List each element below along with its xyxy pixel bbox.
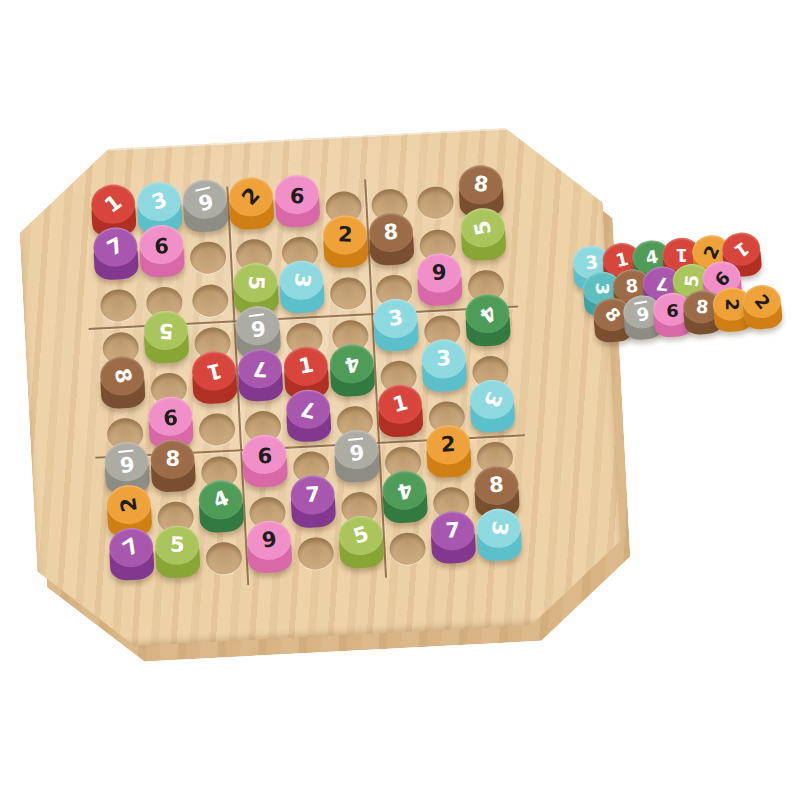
- peg-digit: 6: [634, 301, 650, 324]
- peg-digit: 3: [487, 520, 510, 537]
- board-r9c9-peg-3[interactable]: 3: [476, 508, 523, 562]
- peg-digit: 5: [245, 275, 266, 290]
- peg-digit: 2: [751, 291, 773, 312]
- board-r5c6-peg-4[interactable]: 4: [329, 343, 376, 397]
- board-r5c4-peg-7[interactable]: 7: [237, 348, 284, 402]
- board-r7c8-peg-2[interactable]: 2: [425, 424, 472, 478]
- peg-digit: 7: [305, 484, 321, 506]
- board-r7c2-peg-8[interactable]: 8: [150, 439, 197, 493]
- board-top: 1362987928553956348171439713689622474875…: [15, 123, 624, 651]
- board-r4c2-peg-5[interactable]: 5: [143, 310, 190, 364]
- board-r1c3-peg-6[interactable]: 6: [182, 179, 229, 233]
- board-r4c7-peg-3[interactable]: 3: [373, 298, 420, 352]
- peg-digit: 7: [655, 274, 669, 293]
- board-r2c1-peg-7[interactable]: 7: [92, 226, 139, 280]
- scene: 1362987928553956348171439713689622474875…: [0, 0, 800, 800]
- peg-digit: 8: [472, 174, 489, 197]
- grid-hole-r6c3[interactable]: [198, 413, 236, 447]
- board-r5c8-peg-3[interactable]: 3: [421, 338, 468, 392]
- peg-digit: 2: [723, 298, 741, 311]
- grid-hole-r9c5[interactable]: [297, 537, 335, 571]
- peg-digit: 5: [351, 523, 371, 547]
- peg-digit: 6: [195, 186, 215, 213]
- peg-digit: 8: [383, 222, 399, 244]
- peg-digit: 7: [119, 535, 143, 561]
- peg-digit: 8: [165, 449, 180, 470]
- board-r7c6-peg-6[interactable]: 6: [333, 429, 380, 483]
- board-r2c2-peg-9[interactable]: 9: [138, 224, 185, 278]
- peg-digit: 3: [593, 282, 611, 295]
- peg-digit: 5: [158, 320, 173, 341]
- peg-digit: 2: [117, 496, 140, 513]
- board-r2c7-peg-8[interactable]: 8: [368, 212, 415, 266]
- board-r5c1-peg-8[interactable]: 8: [99, 355, 146, 409]
- peg-digit: 4: [644, 247, 659, 267]
- board-r1c5-peg-9[interactable]: 9: [274, 174, 321, 228]
- peg-digit: 7: [299, 397, 318, 421]
- peg-digit: 1: [297, 355, 315, 378]
- board-r3c8-peg-9[interactable]: 9: [416, 252, 463, 306]
- grid-hole-r9c7[interactable]: [389, 532, 427, 566]
- peg-digit: 6: [348, 437, 365, 462]
- peg-digit: 3: [436, 348, 452, 370]
- board-r2c6-peg-2[interactable]: 2: [322, 214, 369, 268]
- grid-hole-r2c3[interactable]: [189, 241, 227, 275]
- peg-digit: 1: [614, 249, 630, 269]
- peg-digit: 4: [395, 478, 414, 502]
- board-r6c5-peg-7[interactable]: 7: [285, 389, 332, 443]
- grid-hole-r9c3[interactable]: [205, 541, 243, 575]
- peg-digit: 9: [711, 267, 733, 289]
- peg-digit: 2: [238, 184, 263, 209]
- peg-digit: 4: [210, 487, 232, 512]
- peg-digit: 9: [162, 406, 178, 428]
- peg-digit: 7: [252, 358, 267, 379]
- board-grid: 1362987928553956348171439713689622474875…: [90, 178, 524, 586]
- peg-digit: 2: [700, 242, 722, 261]
- grid-hole-r1c8[interactable]: [417, 186, 455, 220]
- grid-hole-r3c6[interactable]: [329, 276, 367, 310]
- peg-digit: 9: [260, 529, 277, 552]
- peg-digit: 9: [153, 234, 169, 256]
- board-r8c3-peg-4[interactable]: 4: [198, 479, 245, 533]
- grid-hole-r3c3[interactable]: [192, 284, 230, 318]
- board-r2c9-peg-5[interactable]: 5: [460, 207, 507, 261]
- peg-digit: 8: [695, 297, 709, 316]
- peg-digit: 1: [205, 359, 224, 383]
- board-r9c1-peg-7[interactable]: 7: [108, 527, 155, 581]
- board-r3c5-peg-3[interactable]: 3: [278, 260, 325, 314]
- peg-digit: 3: [585, 253, 599, 272]
- grid-hole-r3c1[interactable]: [100, 289, 138, 323]
- peg-digit: 8: [110, 366, 134, 385]
- peg-digit: 1: [390, 392, 410, 416]
- board-r7c4-peg-9[interactable]: 9: [241, 434, 288, 488]
- board-r9c8-peg-7[interactable]: 7: [430, 510, 477, 564]
- board-r9c6-peg-5[interactable]: 5: [338, 515, 385, 569]
- peg-digit: 9: [666, 300, 679, 318]
- board-r8c7-peg-4[interactable]: 4: [382, 470, 429, 524]
- peg-digit: 9: [431, 262, 447, 284]
- board-r9c2-peg-5[interactable]: 5: [154, 525, 201, 579]
- board-r8c5-peg-7[interactable]: 7: [290, 474, 337, 528]
- peg-digit: 9: [257, 444, 272, 465]
- peg-digit: 2: [337, 224, 352, 245]
- peg-digit: 8: [625, 276, 639, 295]
- board-r1c4-peg-2[interactable]: 2: [228, 176, 275, 230]
- peg-digit: 3: [290, 272, 313, 289]
- peg-digit: 1: [101, 191, 125, 217]
- spare-pegs-cluster: 31412138759869822: [571, 229, 790, 362]
- peg-digit: 3: [479, 389, 504, 410]
- board-r6c7-peg-1[interactable]: 1: [377, 384, 424, 438]
- board-r6c9-peg-3[interactable]: 3: [469, 379, 516, 433]
- peg-digit: 4: [475, 301, 499, 327]
- board-r9c4-peg-9[interactable]: 9: [246, 520, 293, 574]
- peg-digit: 7: [104, 234, 127, 259]
- peg-digit: 8: [601, 304, 623, 325]
- peg-digit: 5: [471, 218, 495, 237]
- peg-digit: 2: [440, 434, 456, 456]
- peg-digit: 5: [169, 534, 184, 555]
- peg-digit: 3: [387, 307, 404, 330]
- peg-digit: 7: [445, 520, 461, 542]
- peg-digit: 5: [682, 273, 701, 287]
- sudoku-board: 1362987928553956348171439713689622474875…: [15, 123, 624, 651]
- peg-digit: 1: [675, 245, 688, 263]
- peg-digit: 6: [118, 449, 135, 474]
- peg-digit: 8: [489, 475, 505, 497]
- peg-digit: 4: [342, 352, 361, 376]
- board-r5c3-peg-1[interactable]: 1: [191, 350, 238, 404]
- peg-digit: 6: [249, 313, 267, 339]
- peg-digit: 1: [731, 238, 752, 260]
- peg-digit: 3: [149, 189, 169, 213]
- peg-digit: 9: [289, 184, 304, 205]
- tray-peg-2[interactable]: 2: [741, 283, 783, 330]
- board-r4c9-peg-4[interactable]: 4: [464, 293, 511, 347]
